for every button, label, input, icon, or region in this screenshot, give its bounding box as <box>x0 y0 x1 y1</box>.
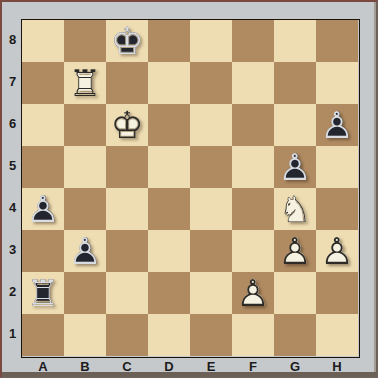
file-label-h: H <box>316 359 358 375</box>
black-pawn-glyph-outline: ♙ <box>316 104 358 146</box>
square-d3[interactable] <box>148 230 190 272</box>
square-e3[interactable] <box>190 230 232 272</box>
piece-white-pawn[interactable]: ♟♙ <box>316 230 358 272</box>
square-c6[interactable]: ♚♔ <box>106 104 148 146</box>
square-h7[interactable] <box>316 62 358 104</box>
square-c4[interactable] <box>106 188 148 230</box>
square-g7[interactable] <box>274 62 316 104</box>
square-h2[interactable] <box>316 272 358 314</box>
square-b1[interactable] <box>64 314 106 356</box>
square-h8[interactable] <box>316 20 358 62</box>
square-a3[interactable] <box>22 230 64 272</box>
square-a8[interactable] <box>22 20 64 62</box>
square-a2[interactable]: ♜♖ <box>22 272 64 314</box>
piece-black-rook[interactable]: ♜♖ <box>22 272 64 314</box>
square-b6[interactable] <box>64 104 106 146</box>
rank-label-6: 6 <box>5 103 20 145</box>
piece-white-pawn[interactable]: ♟♙ <box>274 230 316 272</box>
piece-white-pawn[interactable]: ♟♙ <box>232 272 274 314</box>
square-g4[interactable]: ♞♘ <box>274 188 316 230</box>
rank-label-5: 5 <box>5 145 20 187</box>
square-f2[interactable]: ♟♙ <box>232 272 274 314</box>
piece-black-pawn[interactable]: ♟♙ <box>316 104 358 146</box>
black-king-glyph-outline: ♔ <box>106 20 148 62</box>
square-f8[interactable] <box>232 20 274 62</box>
white-king-glyph-outline: ♔ <box>106 104 148 146</box>
square-g2[interactable] <box>274 272 316 314</box>
white-pawn-glyph-outline: ♙ <box>232 272 274 314</box>
square-a7[interactable] <box>22 62 64 104</box>
square-h5[interactable] <box>316 146 358 188</box>
rank-label-2: 2 <box>5 271 20 313</box>
square-c1[interactable] <box>106 314 148 356</box>
rank-label-1: 1 <box>5 313 20 355</box>
square-b4[interactable] <box>64 188 106 230</box>
square-h6[interactable]: ♟♙ <box>316 104 358 146</box>
board: ♚♔♜♖♚♔♟♙♟♙♟♙♞♘♟♙♟♙♟♙♜♖♟♙ <box>21 19 360 358</box>
piece-black-pawn[interactable]: ♟♙ <box>22 188 64 230</box>
white-knight-glyph-outline: ♘ <box>274 188 316 230</box>
square-c5[interactable] <box>106 146 148 188</box>
square-b2[interactable] <box>64 272 106 314</box>
rank-label-4: 4 <box>5 187 20 229</box>
square-g8[interactable] <box>274 20 316 62</box>
square-d5[interactable] <box>148 146 190 188</box>
square-d8[interactable] <box>148 20 190 62</box>
square-a5[interactable] <box>22 146 64 188</box>
square-f3[interactable] <box>232 230 274 272</box>
square-d4[interactable] <box>148 188 190 230</box>
piece-black-pawn[interactable]: ♟♙ <box>274 146 316 188</box>
square-a1[interactable] <box>22 314 64 356</box>
square-a4[interactable]: ♟♙ <box>22 188 64 230</box>
black-pawn-glyph-outline: ♙ <box>274 146 316 188</box>
square-f5[interactable] <box>232 146 274 188</box>
chess-board-panel: ♚♔♜♖♚♔♟♙♟♙♟♙♞♘♟♙♟♙♟♙♜♖♟♙ 87654321 ABCDEF… <box>0 0 378 378</box>
square-b5[interactable] <box>64 146 106 188</box>
square-b7[interactable]: ♜♖ <box>64 62 106 104</box>
file-label-b: B <box>64 359 106 375</box>
rank-label-3: 3 <box>5 229 20 271</box>
square-e2[interactable] <box>190 272 232 314</box>
square-g6[interactable] <box>274 104 316 146</box>
square-c3[interactable] <box>106 230 148 272</box>
square-g5[interactable]: ♟♙ <box>274 146 316 188</box>
square-b8[interactable] <box>64 20 106 62</box>
black-pawn-glyph-outline: ♙ <box>64 230 106 272</box>
piece-white-knight[interactable]: ♞♘ <box>274 188 316 230</box>
square-d1[interactable] <box>148 314 190 356</box>
piece-black-king[interactable]: ♚♔ <box>106 20 148 62</box>
square-d6[interactable] <box>148 104 190 146</box>
square-c2[interactable] <box>106 272 148 314</box>
square-h3[interactable]: ♟♙ <box>316 230 358 272</box>
square-f7[interactable] <box>232 62 274 104</box>
white-pawn-glyph-outline: ♙ <box>274 230 316 272</box>
square-d7[interactable] <box>148 62 190 104</box>
white-rook-glyph-outline: ♖ <box>64 62 106 104</box>
piece-black-pawn[interactable]: ♟♙ <box>64 230 106 272</box>
square-d2[interactable] <box>148 272 190 314</box>
square-g3[interactable]: ♟♙ <box>274 230 316 272</box>
square-h4[interactable] <box>316 188 358 230</box>
square-f4[interactable] <box>232 188 274 230</box>
square-f6[interactable] <box>232 104 274 146</box>
square-c8[interactable]: ♚♔ <box>106 20 148 62</box>
file-label-e: E <box>190 359 232 375</box>
piece-white-king[interactable]: ♚♔ <box>106 104 148 146</box>
square-a6[interactable] <box>22 104 64 146</box>
square-f1[interactable] <box>232 314 274 356</box>
square-c7[interactable] <box>106 62 148 104</box>
file-label-d: D <box>148 359 190 375</box>
black-rook-glyph-outline: ♖ <box>22 272 64 314</box>
rank-label-7: 7 <box>5 61 20 103</box>
piece-white-rook[interactable]: ♜♖ <box>64 62 106 104</box>
file-label-c: C <box>106 359 148 375</box>
square-g1[interactable] <box>274 314 316 356</box>
square-e5[interactable] <box>190 146 232 188</box>
rank-label-8: 8 <box>5 19 20 61</box>
square-h1[interactable] <box>316 314 358 356</box>
square-e7[interactable] <box>190 62 232 104</box>
square-e6[interactable] <box>190 104 232 146</box>
square-e1[interactable] <box>190 314 232 356</box>
square-e8[interactable] <box>190 20 232 62</box>
file-label-g: G <box>274 359 316 375</box>
black-pawn-glyph-outline: ♙ <box>22 188 64 230</box>
white-pawn-glyph-outline: ♙ <box>316 230 358 272</box>
square-e4[interactable] <box>190 188 232 230</box>
file-label-f: F <box>232 359 274 375</box>
square-b3[interactable]: ♟♙ <box>64 230 106 272</box>
file-label-a: A <box>22 359 64 375</box>
